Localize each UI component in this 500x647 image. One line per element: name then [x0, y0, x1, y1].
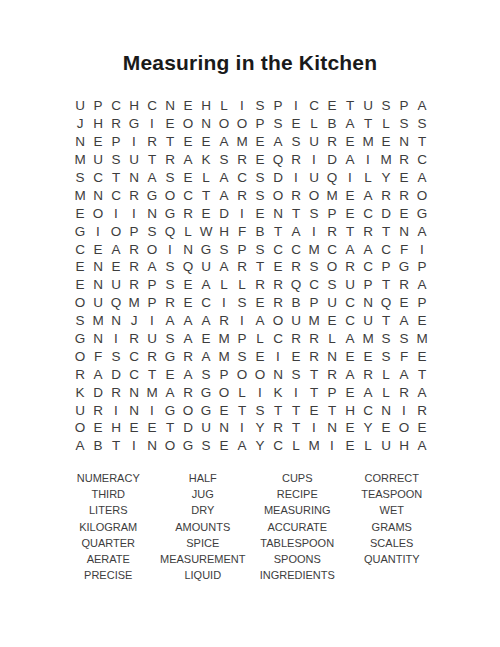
- grid-cell-r5-c2[interactable]: C: [89, 169, 107, 187]
- grid-cell-r3-c15[interactable]: R: [323, 133, 341, 151]
- grid-cell-r3-c14[interactable]: U: [305, 133, 323, 151]
- grid-cell-r11-c14[interactable]: C: [305, 276, 323, 294]
- grid-cell-r6-c1[interactable]: M: [71, 186, 89, 204]
- grid-cell-r9-c6[interactable]: I: [161, 240, 179, 258]
- grid-cell-r1-c15[interactable]: E: [323, 97, 341, 115]
- grid-cell-r17-c18[interactable]: L: [377, 383, 395, 401]
- grid-cell-r14-c6[interactable]: S: [161, 330, 179, 348]
- grid-cell-r17-c13[interactable]: I: [287, 383, 305, 401]
- grid-cell-r8-c12[interactable]: T: [269, 222, 287, 240]
- grid-cell-r16-c20[interactable]: T: [413, 365, 431, 383]
- grid-cell-r17-c7[interactable]: R: [179, 383, 197, 401]
- grid-cell-r15-c14[interactable]: R: [305, 347, 323, 365]
- grid-cell-r11-c3[interactable]: U: [107, 276, 125, 294]
- grid-cell-r16-c9[interactable]: P: [215, 365, 233, 383]
- grid-cell-r11-c12[interactable]: R: [269, 276, 287, 294]
- grid-cell-r4-c18[interactable]: M: [377, 151, 395, 169]
- grid-cell-r18-c15[interactable]: T: [323, 401, 341, 419]
- grid-cell-r9-c5[interactable]: O: [143, 240, 161, 258]
- grid-cell-r5-c9[interactable]: A: [215, 169, 233, 187]
- grid-cell-r10-c8[interactable]: U: [197, 258, 215, 276]
- grid-cell-r10-c19[interactable]: G: [395, 258, 413, 276]
- grid-cell-r8-c19[interactable]: N: [395, 222, 413, 240]
- grid-cell-r4-c4[interactable]: U: [125, 151, 143, 169]
- grid-cell-r6-c7[interactable]: C: [179, 186, 197, 204]
- grid-cell-r12-c17[interactable]: N: [359, 294, 377, 312]
- grid-cell-r17-c8[interactable]: G: [197, 383, 215, 401]
- grid-cell-r20-c9[interactable]: E: [215, 437, 233, 455]
- grid-cell-r20-c18[interactable]: U: [377, 437, 395, 455]
- grid-cell-r5-c6[interactable]: S: [161, 169, 179, 187]
- grid-cell-r15-c6[interactable]: G: [161, 347, 179, 365]
- grid-cell-r7-c11[interactable]: E: [251, 204, 269, 222]
- grid-cell-r2-c17[interactable]: T: [359, 115, 377, 133]
- grid-cell-r14-c18[interactable]: S: [377, 330, 395, 348]
- grid-cell-r12-c10[interactable]: S: [233, 294, 251, 312]
- grid-cell-r18-c10[interactable]: T: [233, 401, 251, 419]
- grid-cell-r13-c10[interactable]: I: [233, 312, 251, 330]
- grid-cell-r3-c5[interactable]: R: [143, 133, 161, 151]
- grid-cell-r5-c20[interactable]: A: [413, 169, 431, 187]
- grid-cell-r20-c4[interactable]: I: [125, 437, 143, 455]
- grid-cell-r17-c5[interactable]: M: [143, 383, 161, 401]
- grid-cell-r2-c2[interactable]: H: [89, 115, 107, 133]
- grid-cell-r8-c4[interactable]: P: [125, 222, 143, 240]
- grid-cell-r16-c11[interactable]: O: [251, 365, 269, 383]
- grid-cell-r8-c20[interactable]: A: [413, 222, 431, 240]
- grid-cell-r4-c13[interactable]: R: [287, 151, 305, 169]
- grid-cell-r11-c4[interactable]: R: [125, 276, 143, 294]
- grid-cell-r13-c2[interactable]: M: [89, 312, 107, 330]
- grid-cell-r7-c13[interactable]: T: [287, 204, 305, 222]
- grid-cell-r19-c6[interactable]: T: [161, 419, 179, 437]
- grid-cell-r15-c10[interactable]: S: [233, 347, 251, 365]
- grid-cell-r14-c4[interactable]: R: [125, 330, 143, 348]
- grid-cell-r7-c6[interactable]: G: [161, 204, 179, 222]
- grid-cell-r15-c11[interactable]: E: [251, 347, 269, 365]
- grid-cell-r12-c7[interactable]: E: [179, 294, 197, 312]
- grid-cell-r16-c3[interactable]: D: [107, 365, 125, 383]
- grid-cell-r10-c20[interactable]: P: [413, 258, 431, 276]
- grid-cell-r17-c3[interactable]: R: [107, 383, 125, 401]
- grid-cell-r9-c20[interactable]: I: [413, 240, 431, 258]
- grid-cell-r14-c14[interactable]: R: [305, 330, 323, 348]
- grid-cell-r6-c11[interactable]: S: [251, 186, 269, 204]
- grid-cell-r20-c15[interactable]: I: [323, 437, 341, 455]
- grid-cell-r15-c15[interactable]: N: [323, 347, 341, 365]
- grid-cell-r6-c16[interactable]: E: [341, 186, 359, 204]
- grid-cell-r15-c3[interactable]: S: [107, 347, 125, 365]
- grid-cell-r4-c12[interactable]: Q: [269, 151, 287, 169]
- grid-cell-r9-c12[interactable]: C: [269, 240, 287, 258]
- grid-cell-r1-c11[interactable]: S: [251, 97, 269, 115]
- grid-cell-r11-c8[interactable]: A: [197, 276, 215, 294]
- grid-cell-r17-c1[interactable]: K: [71, 383, 89, 401]
- grid-cell-r4-c8[interactable]: K: [197, 151, 215, 169]
- grid-cell-r1-c10[interactable]: I: [233, 97, 251, 115]
- grid-cell-r14-c11[interactable]: L: [251, 330, 269, 348]
- grid-cell-r18-c14[interactable]: E: [305, 401, 323, 419]
- grid-cell-r10-c18[interactable]: P: [377, 258, 395, 276]
- grid-cell-r5-c8[interactable]: L: [197, 169, 215, 187]
- grid-cell-r18-c19[interactable]: I: [395, 401, 413, 419]
- grid-cell-r19-c2[interactable]: E: [89, 419, 107, 437]
- grid-cell-r1-c14[interactable]: C: [305, 97, 323, 115]
- grid-cell-r16-c17[interactable]: R: [359, 365, 377, 383]
- grid-cell-r20-c10[interactable]: A: [233, 437, 251, 455]
- grid-cell-r10-c3[interactable]: E: [107, 258, 125, 276]
- grid-cell-r16-c2[interactable]: A: [89, 365, 107, 383]
- grid-cell-r7-c1[interactable]: E: [71, 204, 89, 222]
- grid-cell-r9-c18[interactable]: C: [377, 240, 395, 258]
- grid-cell-r15-c9[interactable]: M: [215, 347, 233, 365]
- grid-cell-r14-c20[interactable]: M: [413, 330, 431, 348]
- grid-cell-r12-c4[interactable]: M: [125, 294, 143, 312]
- grid-cell-r10-c17[interactable]: C: [359, 258, 377, 276]
- grid-cell-r8-c17[interactable]: R: [359, 222, 377, 240]
- grid-cell-r20-c20[interactable]: A: [413, 437, 431, 455]
- grid-cell-r7-c15[interactable]: P: [323, 204, 341, 222]
- grid-cell-r8-c16[interactable]: T: [341, 222, 359, 240]
- grid-cell-r13-c13[interactable]: U: [287, 312, 305, 330]
- grid-cell-r7-c2[interactable]: O: [89, 204, 107, 222]
- grid-cell-r17-c11[interactable]: I: [251, 383, 269, 401]
- grid-cell-r10-c11[interactable]: T: [251, 258, 269, 276]
- grid-cell-r4-c7[interactable]: A: [179, 151, 197, 169]
- grid-cell-r7-c18[interactable]: D: [377, 204, 395, 222]
- grid-cell-r13-c8[interactable]: A: [197, 312, 215, 330]
- grid-cell-r8-c18[interactable]: T: [377, 222, 395, 240]
- grid-cell-r9-c8[interactable]: G: [197, 240, 215, 258]
- grid-cell-r9-c15[interactable]: C: [323, 240, 341, 258]
- grid-cell-r5-c11[interactable]: S: [251, 169, 269, 187]
- grid-cell-r6-c8[interactable]: T: [197, 186, 215, 204]
- grid-cell-r16-c14[interactable]: T: [305, 365, 323, 383]
- grid-cell-r19-c15[interactable]: N: [323, 419, 341, 437]
- grid-cell-r2-c10[interactable]: O: [233, 115, 251, 133]
- grid-cell-r13-c12[interactable]: O: [269, 312, 287, 330]
- grid-cell-r19-c7[interactable]: D: [179, 419, 197, 437]
- grid-cell-r11-c9[interactable]: L: [215, 276, 233, 294]
- grid-cell-r9-c14[interactable]: M: [305, 240, 323, 258]
- grid-cell-r1-c8[interactable]: H: [197, 97, 215, 115]
- grid-cell-r6-c15[interactable]: M: [323, 186, 341, 204]
- grid-cell-r16-c19[interactable]: A: [395, 365, 413, 383]
- grid-cell-r3-c19[interactable]: N: [395, 133, 413, 151]
- grid-cell-r13-c19[interactable]: A: [395, 312, 413, 330]
- grid-cell-r3-c11[interactable]: E: [251, 133, 269, 151]
- grid-cell-r1-c7[interactable]: E: [179, 97, 197, 115]
- grid-cell-r16-c5[interactable]: T: [143, 365, 161, 383]
- grid-cell-r5-c15[interactable]: Q: [323, 169, 341, 187]
- grid-cell-r16-c13[interactable]: S: [287, 365, 305, 383]
- grid-cell-r19-c5[interactable]: E: [143, 419, 161, 437]
- grid-cell-r16-c8[interactable]: S: [197, 365, 215, 383]
- grid-cell-r1-c18[interactable]: S: [377, 97, 395, 115]
- grid-cell-r14-c10[interactable]: P: [233, 330, 251, 348]
- grid-cell-r14-c12[interactable]: C: [269, 330, 287, 348]
- grid-cell-r14-c13[interactable]: R: [287, 330, 305, 348]
- grid-cell-r15-c20[interactable]: E: [413, 347, 431, 365]
- grid-cell-r4-c5[interactable]: T: [143, 151, 161, 169]
- grid-cell-r18-c17[interactable]: C: [359, 401, 377, 419]
- grid-cell-r3-c9[interactable]: A: [215, 133, 233, 151]
- grid-cell-r19-c18[interactable]: E: [377, 419, 395, 437]
- grid-cell-r8-c7[interactable]: L: [179, 222, 197, 240]
- grid-cell-r2-c6[interactable]: E: [161, 115, 179, 133]
- grid-cell-r10-c6[interactable]: S: [161, 258, 179, 276]
- grid-cell-r20-c16[interactable]: E: [341, 437, 359, 455]
- grid-cell-r16-c10[interactable]: O: [233, 365, 251, 383]
- grid-cell-r14-c5[interactable]: U: [143, 330, 161, 348]
- grid-cell-r4-c14[interactable]: I: [305, 151, 323, 169]
- grid-cell-r8-c10[interactable]: F: [233, 222, 251, 240]
- grid-cell-r11-c7[interactable]: E: [179, 276, 197, 294]
- grid-cell-r10-c4[interactable]: R: [125, 258, 143, 276]
- grid-cell-r8-c2[interactable]: I: [89, 222, 107, 240]
- grid-cell-r14-c15[interactable]: L: [323, 330, 341, 348]
- grid-cell-r5-c5[interactable]: A: [143, 169, 161, 187]
- grid-cell-r3-c6[interactable]: T: [161, 133, 179, 151]
- grid-cell-r18-c1[interactable]: U: [71, 401, 89, 419]
- grid-cell-r9-c13[interactable]: C: [287, 240, 305, 258]
- grid-cell-r7-c7[interactable]: R: [179, 204, 197, 222]
- grid-cell-r7-c3[interactable]: I: [107, 204, 125, 222]
- grid-cell-r12-c16[interactable]: C: [341, 294, 359, 312]
- grid-cell-r6-c14[interactable]: O: [305, 186, 323, 204]
- grid-cell-r11-c10[interactable]: L: [233, 276, 251, 294]
- grid-cell-r6-c12[interactable]: O: [269, 186, 287, 204]
- grid-cell-r6-c9[interactable]: A: [215, 186, 233, 204]
- grid-cell-r3-c12[interactable]: A: [269, 133, 287, 151]
- grid-cell-r20-c8[interactable]: S: [197, 437, 215, 455]
- grid-cell-r6-c13[interactable]: R: [287, 186, 305, 204]
- grid-cell-r14-c3[interactable]: I: [107, 330, 125, 348]
- grid-cell-r12-c1[interactable]: O: [71, 294, 89, 312]
- grid-cell-r18-c4[interactable]: N: [125, 401, 143, 419]
- grid-cell-r6-c5[interactable]: G: [143, 186, 161, 204]
- grid-cell-r8-c1[interactable]: G: [71, 222, 89, 240]
- grid-cell-r20-c7[interactable]: G: [179, 437, 197, 455]
- grid-cell-r16-c16[interactable]: A: [341, 365, 359, 383]
- grid-cell-r17-c12[interactable]: K: [269, 383, 287, 401]
- grid-cell-r11-c2[interactable]: N: [89, 276, 107, 294]
- grid-cell-r3-c18[interactable]: E: [377, 133, 395, 151]
- grid-cell-r3-c3[interactable]: P: [107, 133, 125, 151]
- grid-cell-r7-c16[interactable]: E: [341, 204, 359, 222]
- grid-cell-r16-c18[interactable]: L: [377, 365, 395, 383]
- grid-cell-r17-c16[interactable]: E: [341, 383, 359, 401]
- grid-cell-r11-c5[interactable]: P: [143, 276, 161, 294]
- grid-cell-r17-c20[interactable]: A: [413, 383, 431, 401]
- grid-cell-r4-c2[interactable]: U: [89, 151, 107, 169]
- grid-cell-r9-c19[interactable]: F: [395, 240, 413, 258]
- grid-cell-r16-c15[interactable]: R: [323, 365, 341, 383]
- grid-cell-r13-c6[interactable]: A: [161, 312, 179, 330]
- grid-cell-r11-c15[interactable]: S: [323, 276, 341, 294]
- grid-cell-r2-c9[interactable]: O: [215, 115, 233, 133]
- grid-cell-r12-c8[interactable]: C: [197, 294, 215, 312]
- grid-cell-r12-c20[interactable]: P: [413, 294, 431, 312]
- grid-cell-r8-c14[interactable]: I: [305, 222, 323, 240]
- grid-cell-r15-c1[interactable]: O: [71, 347, 89, 365]
- grid-cell-r19-c19[interactable]: O: [395, 419, 413, 437]
- grid-cell-r16-c1[interactable]: R: [71, 365, 89, 383]
- grid-cell-r2-c11[interactable]: P: [251, 115, 269, 133]
- grid-cell-r10-c10[interactable]: R: [233, 258, 251, 276]
- grid-cell-r7-c8[interactable]: E: [197, 204, 215, 222]
- grid-cell-r13-c16[interactable]: C: [341, 312, 359, 330]
- grid-cell-r13-c7[interactable]: A: [179, 312, 197, 330]
- grid-cell-r11-c16[interactable]: U: [341, 276, 359, 294]
- grid-cell-r1-c20[interactable]: A: [413, 97, 431, 115]
- grid-cell-r11-c20[interactable]: A: [413, 276, 431, 294]
- grid-cell-r12-c18[interactable]: Q: [377, 294, 395, 312]
- grid-cell-r2-c7[interactable]: O: [179, 115, 197, 133]
- grid-cell-r2-c4[interactable]: G: [125, 115, 143, 133]
- grid-cell-r1-c5[interactable]: C: [143, 97, 161, 115]
- grid-cell-r13-c3[interactable]: N: [107, 312, 125, 330]
- grid-cell-r18-c12[interactable]: T: [269, 401, 287, 419]
- grid-cell-r14-c17[interactable]: M: [359, 330, 377, 348]
- grid-cell-r13-c15[interactable]: E: [323, 312, 341, 330]
- grid-cell-r15-c2[interactable]: F: [89, 347, 107, 365]
- grid-cell-r10-c13[interactable]: R: [287, 258, 305, 276]
- grid-cell-r2-c12[interactable]: S: [269, 115, 287, 133]
- grid-cell-r8-c13[interactable]: A: [287, 222, 305, 240]
- grid-cell-r18-c3[interactable]: I: [107, 401, 125, 419]
- grid-cell-r8-c11[interactable]: B: [251, 222, 269, 240]
- grid-cell-r20-c6[interactable]: O: [161, 437, 179, 455]
- grid-cell-r18-c11[interactable]: S: [251, 401, 269, 419]
- grid-cell-r17-c14[interactable]: T: [305, 383, 323, 401]
- grid-cell-r20-c3[interactable]: T: [107, 437, 125, 455]
- grid-cell-r15-c12[interactable]: I: [269, 347, 287, 365]
- grid-cell-r11-c6[interactable]: S: [161, 276, 179, 294]
- grid-cell-r6-c4[interactable]: R: [125, 186, 143, 204]
- grid-cell-r19-c4[interactable]: E: [125, 419, 143, 437]
- grid-cell-r19-c11[interactable]: Y: [251, 419, 269, 437]
- grid-cell-r11-c11[interactable]: R: [251, 276, 269, 294]
- grid-cell-r7-c20[interactable]: G: [413, 204, 431, 222]
- grid-cell-r7-c19[interactable]: E: [395, 204, 413, 222]
- grid-cell-r17-c15[interactable]: P: [323, 383, 341, 401]
- grid-cell-r14-c2[interactable]: N: [89, 330, 107, 348]
- grid-cell-r19-c8[interactable]: U: [197, 419, 215, 437]
- grid-cell-r7-c5[interactable]: N: [143, 204, 161, 222]
- grid-cell-r12-c11[interactable]: E: [251, 294, 269, 312]
- grid-cell-r12-c9[interactable]: I: [215, 294, 233, 312]
- grid-cell-r12-c13[interactable]: B: [287, 294, 305, 312]
- grid-cell-r8-c5[interactable]: S: [143, 222, 161, 240]
- grid-cell-r19-c1[interactable]: O: [71, 419, 89, 437]
- grid-cell-r11-c13[interactable]: Q: [287, 276, 305, 294]
- grid-cell-r9-c3[interactable]: A: [107, 240, 125, 258]
- grid-cell-r9-c16[interactable]: A: [341, 240, 359, 258]
- grid-cell-r17-c9[interactable]: O: [215, 383, 233, 401]
- grid-cell-r19-c13[interactable]: T: [287, 419, 305, 437]
- grid-cell-r8-c9[interactable]: H: [215, 222, 233, 240]
- grid-cell-r14-c16[interactable]: A: [341, 330, 359, 348]
- grid-cell-r19-c14[interactable]: I: [305, 419, 323, 437]
- grid-cell-r12-c5[interactable]: P: [143, 294, 161, 312]
- grid-cell-r4-c15[interactable]: D: [323, 151, 341, 169]
- grid-cell-r5-c1[interactable]: S: [71, 169, 89, 187]
- grid-cell-r4-c17[interactable]: I: [359, 151, 377, 169]
- grid-cell-r15-c19[interactable]: F: [395, 347, 413, 365]
- grid-cell-r6-c20[interactable]: O: [413, 186, 431, 204]
- grid-cell-r18-c20[interactable]: R: [413, 401, 431, 419]
- grid-cell-r1-c6[interactable]: N: [161, 97, 179, 115]
- grid-cell-r7-c12[interactable]: N: [269, 204, 287, 222]
- grid-cell-r4-c3[interactable]: S: [107, 151, 125, 169]
- grid-cell-r1-c19[interactable]: P: [395, 97, 413, 115]
- grid-cell-r20-c5[interactable]: N: [143, 437, 161, 455]
- grid-cell-r20-c11[interactable]: Y: [251, 437, 269, 455]
- grid-cell-r2-c15[interactable]: B: [323, 115, 341, 133]
- grid-cell-r5-c19[interactable]: E: [395, 169, 413, 187]
- grid-cell-r3-c10[interactable]: M: [233, 133, 251, 151]
- grid-cell-r12-c3[interactable]: Q: [107, 294, 125, 312]
- grid-cell-r9-c17[interactable]: A: [359, 240, 377, 258]
- grid-cell-r7-c10[interactable]: I: [233, 204, 251, 222]
- grid-cell-r12-c19[interactable]: E: [395, 294, 413, 312]
- grid-cell-r7-c9[interactable]: D: [215, 204, 233, 222]
- grid-cell-r13-c1[interactable]: S: [71, 312, 89, 330]
- grid-cell-r15-c13[interactable]: E: [287, 347, 305, 365]
- grid-cell-r11-c18[interactable]: T: [377, 276, 395, 294]
- grid-cell-r6-c18[interactable]: R: [377, 186, 395, 204]
- grid-cell-r7-c17[interactable]: C: [359, 204, 377, 222]
- grid-cell-r2-c13[interactable]: E: [287, 115, 305, 133]
- grid-cell-r14-c7[interactable]: A: [179, 330, 197, 348]
- grid-cell-r15-c8[interactable]: A: [197, 347, 215, 365]
- grid-cell-r17-c10[interactable]: L: [233, 383, 251, 401]
- grid-cell-r15-c5[interactable]: R: [143, 347, 161, 365]
- grid-cell-r16-c4[interactable]: C: [125, 365, 143, 383]
- grid-cell-r13-c11[interactable]: A: [251, 312, 269, 330]
- grid-cell-r17-c6[interactable]: A: [161, 383, 179, 401]
- grid-cell-r2-c18[interactable]: L: [377, 115, 395, 133]
- grid-cell-r14-c19[interactable]: S: [395, 330, 413, 348]
- grid-cell-r18-c6[interactable]: G: [161, 401, 179, 419]
- grid-cell-r16-c12[interactable]: N: [269, 365, 287, 383]
- grid-cell-r10-c7[interactable]: Q: [179, 258, 197, 276]
- grid-cell-r17-c2[interactable]: D: [89, 383, 107, 401]
- grid-cell-r19-c12[interactable]: R: [269, 419, 287, 437]
- grid-cell-r5-c4[interactable]: N: [125, 169, 143, 187]
- grid-cell-r15-c7[interactable]: R: [179, 347, 197, 365]
- grid-cell-r18-c13[interactable]: T: [287, 401, 305, 419]
- grid-cell-r5-c16[interactable]: I: [341, 169, 359, 187]
- grid-cell-r2-c20[interactable]: S: [413, 115, 431, 133]
- grid-cell-r3-c2[interactable]: E: [89, 133, 107, 151]
- grid-cell-r18-c7[interactable]: O: [179, 401, 197, 419]
- grid-cell-r2-c19[interactable]: S: [395, 115, 413, 133]
- grid-cell-r12-c14[interactable]: P: [305, 294, 323, 312]
- grid-cell-r18-c2[interactable]: R: [89, 401, 107, 419]
- grid-cell-r14-c1[interactable]: G: [71, 330, 89, 348]
- grid-cell-r5-c10[interactable]: C: [233, 169, 251, 187]
- grid-cell-r15-c17[interactable]: E: [359, 347, 377, 365]
- grid-cell-r5-c13[interactable]: I: [287, 169, 305, 187]
- grid-cell-r15-c4[interactable]: C: [125, 347, 143, 365]
- grid-cell-r3-c8[interactable]: E: [197, 133, 215, 151]
- grid-cell-r14-c9[interactable]: M: [215, 330, 233, 348]
- grid-cell-r2-c3[interactable]: R: [107, 115, 125, 133]
- grid-cell-r7-c14[interactable]: S: [305, 204, 323, 222]
- grid-cell-r9-c2[interactable]: E: [89, 240, 107, 258]
